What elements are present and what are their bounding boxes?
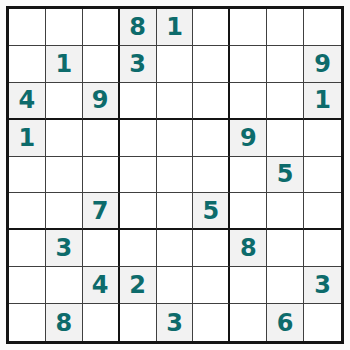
cell-r3c9[interactable]: 1 [304, 83, 341, 120]
cell-r8c8[interactable] [267, 267, 304, 304]
cell-r8c6[interactable] [193, 267, 230, 304]
cell-r9c3[interactable] [83, 304, 120, 341]
sudoku-page: 811394911957538423836 [0, 0, 350, 350]
cell-r2c7[interactable] [230, 46, 267, 83]
cell-r4c7[interactable]: 9 [230, 120, 267, 157]
cell-r4c1[interactable]: 1 [9, 120, 46, 157]
cell-r7c9[interactable] [304, 230, 341, 267]
cell-r6c2[interactable] [46, 193, 83, 230]
cell-r5c1[interactable] [9, 157, 46, 194]
cell-r9c7[interactable] [230, 304, 267, 341]
cell-r3c5[interactable] [157, 83, 194, 120]
cell-r4c6[interactable] [193, 120, 230, 157]
cell-r8c5[interactable] [157, 267, 194, 304]
cell-r4c5[interactable] [157, 120, 194, 157]
cell-r8c2[interactable] [46, 267, 83, 304]
cell-r5c5[interactable] [157, 157, 194, 194]
cell-r5c8[interactable]: 5 [267, 157, 304, 194]
cell-r7c2[interactable]: 3 [46, 230, 83, 267]
cell-r3c2[interactable] [46, 83, 83, 120]
cell-r6c4[interactable] [120, 193, 157, 230]
cell-r1c3[interactable] [83, 9, 120, 46]
cell-r4c8[interactable] [267, 120, 304, 157]
cell-r5c7[interactable] [230, 157, 267, 194]
cell-r3c1[interactable]: 4 [9, 83, 46, 120]
cell-r6c8[interactable] [267, 193, 304, 230]
cell-r2c1[interactable] [9, 46, 46, 83]
cell-r1c7[interactable] [230, 9, 267, 46]
cell-r1c2[interactable] [46, 9, 83, 46]
sudoku-board: 811394911957538423836 [6, 6, 344, 344]
cell-r6c9[interactable] [304, 193, 341, 230]
cell-r1c4[interactable]: 8 [120, 9, 157, 46]
cell-r5c4[interactable] [120, 157, 157, 194]
cell-r8c9[interactable]: 3 [304, 267, 341, 304]
cell-r6c5[interactable] [157, 193, 194, 230]
cell-r5c6[interactable] [193, 157, 230, 194]
cell-r9c4[interactable] [120, 304, 157, 341]
cell-r3c4[interactable] [120, 83, 157, 120]
cell-r6c6[interactable]: 5 [193, 193, 230, 230]
cell-r2c9[interactable]: 9 [304, 46, 341, 83]
cell-r4c9[interactable] [304, 120, 341, 157]
cell-r1c6[interactable] [193, 9, 230, 46]
cell-r4c4[interactable] [120, 120, 157, 157]
cell-r6c1[interactable] [9, 193, 46, 230]
cell-r7c3[interactable] [83, 230, 120, 267]
cell-r2c4[interactable]: 3 [120, 46, 157, 83]
cell-r4c3[interactable] [83, 120, 120, 157]
cell-r2c2[interactable]: 1 [46, 46, 83, 83]
cell-r9c8[interactable]: 6 [267, 304, 304, 341]
cell-r9c1[interactable] [9, 304, 46, 341]
cell-r9c2[interactable]: 8 [46, 304, 83, 341]
cell-r8c7[interactable] [230, 267, 267, 304]
cell-r7c6[interactable] [193, 230, 230, 267]
cell-r1c5[interactable]: 1 [157, 9, 194, 46]
cell-r5c3[interactable] [83, 157, 120, 194]
cell-r2c8[interactable] [267, 46, 304, 83]
cell-r1c1[interactable] [9, 9, 46, 46]
cell-r7c8[interactable] [267, 230, 304, 267]
cell-r5c9[interactable] [304, 157, 341, 194]
cell-r8c1[interactable] [9, 267, 46, 304]
cell-r9c6[interactable] [193, 304, 230, 341]
cell-r3c3[interactable]: 9 [83, 83, 120, 120]
cell-r3c6[interactable] [193, 83, 230, 120]
cell-r9c5[interactable]: 3 [157, 304, 194, 341]
cell-r5c2[interactable] [46, 157, 83, 194]
cell-r8c3[interactable]: 4 [83, 267, 120, 304]
cell-r9c9[interactable] [304, 304, 341, 341]
cell-r6c3[interactable]: 7 [83, 193, 120, 230]
cell-r7c5[interactable] [157, 230, 194, 267]
cell-r3c7[interactable] [230, 83, 267, 120]
cell-r2c5[interactable] [157, 46, 194, 83]
cell-r8c4[interactable]: 2 [120, 267, 157, 304]
cell-r7c7[interactable]: 8 [230, 230, 267, 267]
cell-r2c3[interactable] [83, 46, 120, 83]
cell-r2c6[interactable] [193, 46, 230, 83]
cell-r3c8[interactable] [267, 83, 304, 120]
cell-r1c9[interactable] [304, 9, 341, 46]
cell-r4c2[interactable] [46, 120, 83, 157]
cell-r6c7[interactable] [230, 193, 267, 230]
cell-r7c1[interactable] [9, 230, 46, 267]
cell-r1c8[interactable] [267, 9, 304, 46]
cell-r7c4[interactable] [120, 230, 157, 267]
